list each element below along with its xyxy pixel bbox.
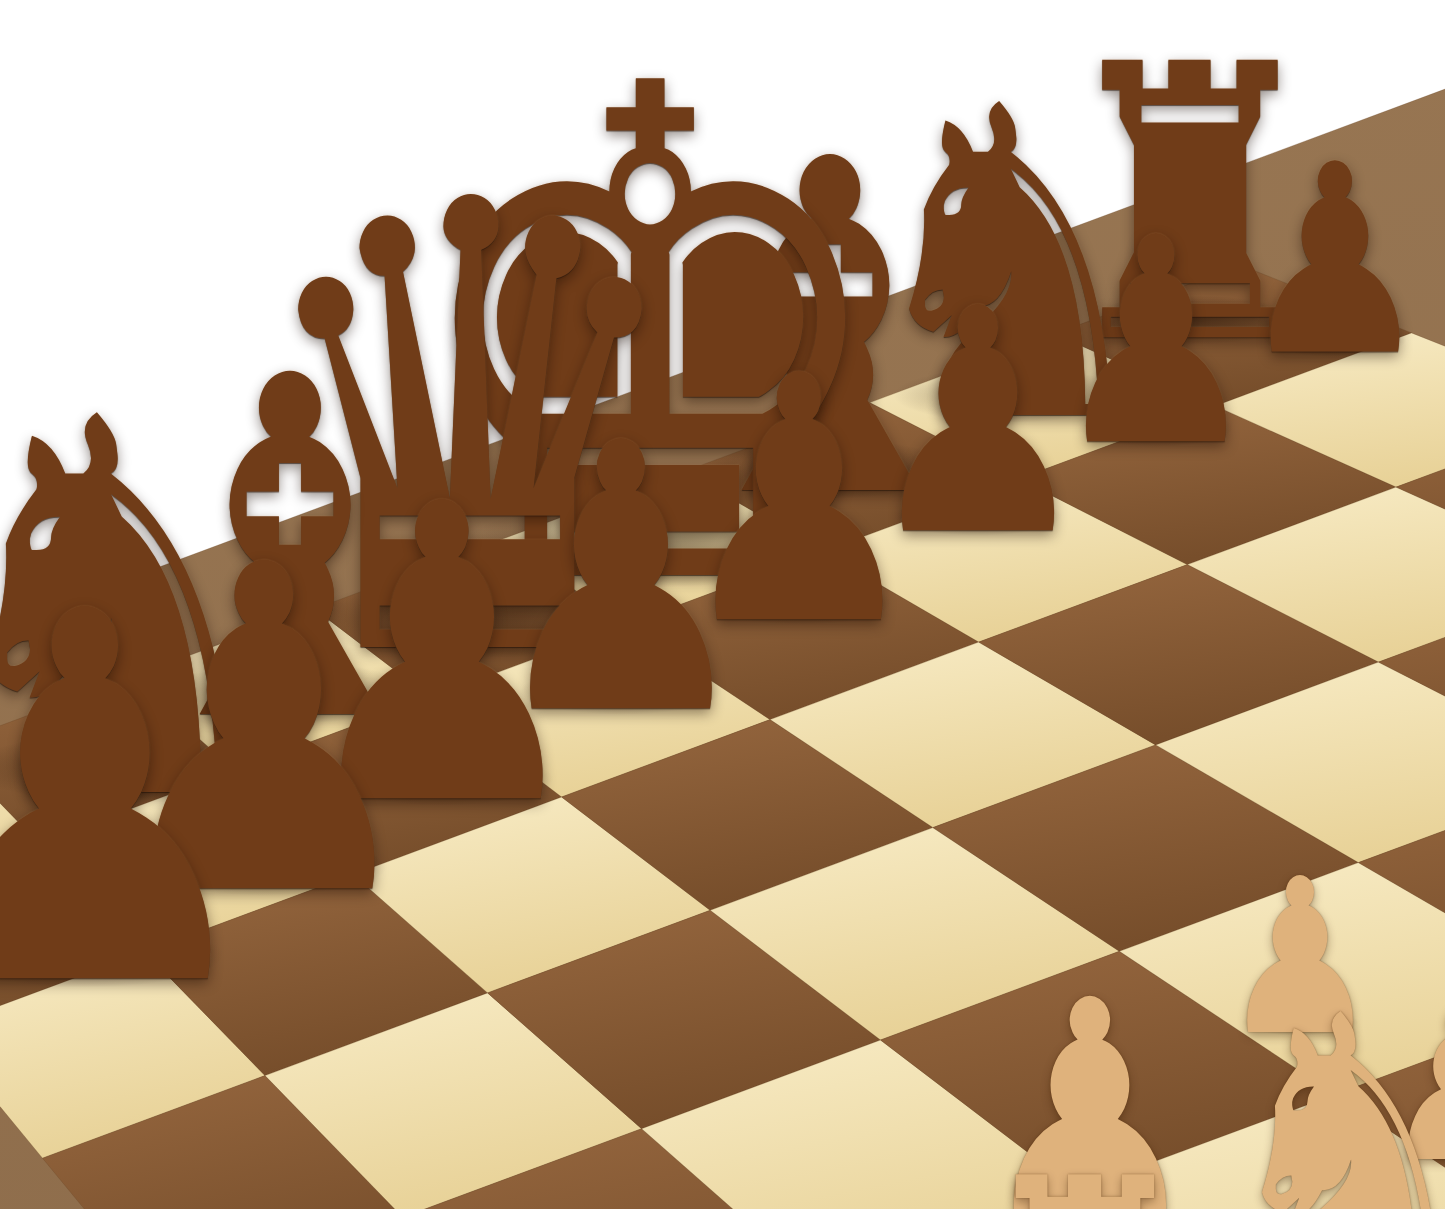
chess-set-photo: ♜♟♞♟♝♟♚♟♛♟♝♞♟♟♟♟♟♟♞♜: [0, 0, 1445, 1209]
black-pawn-h7: ♟: [1239, 130, 1432, 392]
white-rook-a1: ♜: [975, 1140, 1196, 1209]
black-pawn-a7: ♟: [0, 547, 272, 1057]
white-knight-b1: ♞: [1212, 968, 1445, 1209]
